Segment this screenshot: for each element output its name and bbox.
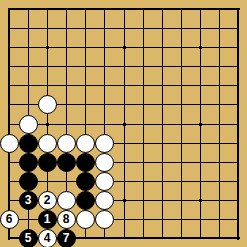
move-number: 5 [25,232,32,244]
white-stone [0,134,19,153]
black-stone: 1 [38,210,57,229]
black-stone [19,134,38,153]
white-stone [57,134,76,153]
white-stone [76,210,95,229]
grid-line-vertical [237,8,239,240]
white-stone: 8 [57,210,76,229]
black-stone [19,172,38,191]
white-stone [38,134,57,153]
move-number: 1 [44,213,51,225]
grid-line-vertical [219,8,220,239]
black-stone [76,153,95,172]
move-number: 6 [6,213,13,225]
star-point [46,46,49,49]
grid-line-vertical [143,8,144,239]
white-stone [95,191,114,210]
black-stone: 7 [57,229,76,247]
star-point [199,123,202,126]
move-number: 2 [44,194,51,206]
white-stone [95,134,114,153]
black-stone [38,153,57,172]
move-number: 4 [44,232,51,244]
black-stone: 3 [19,191,38,210]
grid-line-horizontal [8,181,239,182]
star-point [123,46,126,49]
grid-line-vertical [162,8,163,239]
black-stone: 5 [19,229,38,247]
white-stone: 6 [0,210,19,229]
star-point [123,199,126,202]
star-point [199,199,202,202]
star-point [123,123,126,126]
white-stone [76,134,95,153]
black-stone [76,191,95,210]
grid-line-vertical [181,8,182,239]
star-point [46,123,49,126]
white-stone [95,210,114,229]
star-point [199,46,202,49]
move-number: 3 [25,194,32,206]
go-board: 32618547 [0,0,247,247]
white-stone [57,191,76,210]
white-stone [19,115,38,134]
white-stone [95,153,114,172]
move-number: 8 [63,213,70,225]
white-stone: 2 [38,191,57,210]
white-stone [38,95,57,114]
black-stone [76,172,95,191]
white-stone [95,172,114,191]
white-stone: 4 [38,229,57,247]
black-stone [19,153,38,172]
black-stone [57,153,76,172]
move-number: 7 [63,232,70,244]
